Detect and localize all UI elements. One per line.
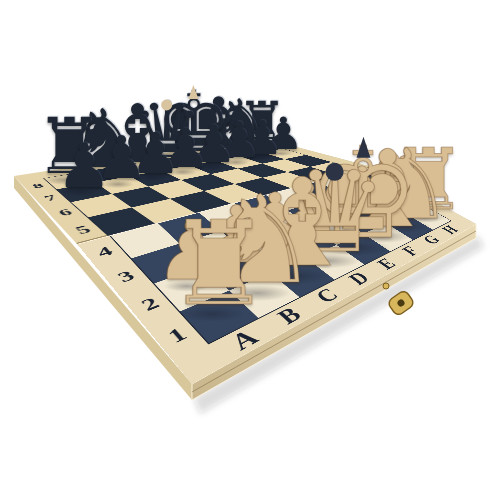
piece-black-pawn-a7: ♟ <box>56 135 111 196</box>
pieces-layer: ♜♞♟♝♟♚♟♛♟♝♟♞♟♜♟♟♟♟♜♟♞♟♝♟♚♟♛♟♝♟♞♜ <box>0 0 500 500</box>
chess-set-photo: 5678 1234ABCDEFGH ♜♞♟♝♟♚♟♛♟♝♟♞♟♜♟♟♟♟♜♟♞♟… <box>0 0 500 500</box>
piece-white-rook-a1: ♜ <box>167 206 271 322</box>
